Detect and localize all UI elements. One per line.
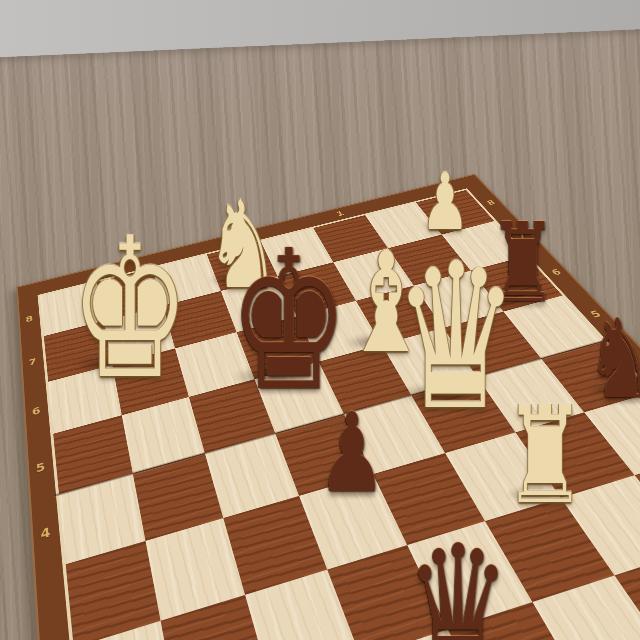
rank-label-right-8: 8 [485, 198, 497, 206]
rank-label-left-5: 5 [35, 460, 45, 475]
rank-label-left-6: 6 [32, 404, 41, 417]
rank-label-left-7: 7 [28, 356, 37, 368]
rank-label-right-6: 6 [549, 267, 564, 277]
rank-label-left-4: 4 [40, 524, 51, 542]
rank-label-right-7: 7 [515, 231, 529, 240]
rank-label-left-8: 8 [25, 314, 33, 324]
edge-label-top-4: 4 [435, 185, 446, 193]
chess-board[interactable] [40, 190, 640, 640]
photo-scene: 87654876514 ♟♞♜♝♚♚♞♛♟♜♛ [0, 0, 640, 640]
rank-label-right-5: 5 [587, 308, 603, 319]
edge-label-top-1: 1 [335, 209, 346, 217]
